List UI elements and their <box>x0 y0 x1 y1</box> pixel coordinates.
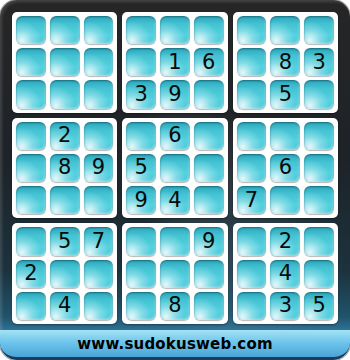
block-2-2: 6594 <box>122 118 227 219</box>
cell-r5c3[interactable]: 9 <box>84 154 114 182</box>
cell-r2c3[interactable] <box>84 48 114 76</box>
cell-r6c2[interactable] <box>50 186 80 214</box>
cell-r3c3[interactable] <box>84 80 114 108</box>
cell-r3c4[interactable]: 3 <box>126 80 156 108</box>
block-1-2: 1639 <box>122 12 227 113</box>
cell-r9c8[interactable]: 3 <box>270 292 300 320</box>
cell-r2c7[interactable] <box>237 48 267 76</box>
cell-r8c1[interactable]: 2 <box>16 260 46 288</box>
cell-r5c8[interactable]: 6 <box>270 154 300 182</box>
cell-r2c1[interactable] <box>16 48 46 76</box>
cell-r4c3[interactable] <box>84 122 114 150</box>
cell-r2c9[interactable]: 3 <box>304 48 334 76</box>
cell-r8c9[interactable] <box>304 260 334 288</box>
cell-r4c8[interactable] <box>270 122 300 150</box>
block-1-1 <box>12 12 117 113</box>
cell-r2c6[interactable]: 6 <box>194 48 224 76</box>
cell-r4c4[interactable] <box>126 122 156 150</box>
cell-r8c4[interactable] <box>126 260 156 288</box>
cell-r3c9[interactable] <box>304 80 334 108</box>
cell-r7c4[interactable] <box>126 227 156 255</box>
cell-r6c3[interactable] <box>84 186 114 214</box>
block-3-2: 98 <box>122 223 227 324</box>
cell-r3c8[interactable]: 5 <box>270 80 300 108</box>
cell-r9c4[interactable] <box>126 292 156 320</box>
cell-r2c5[interactable]: 1 <box>160 48 190 76</box>
cell-r4c5[interactable]: 6 <box>160 122 190 150</box>
block-2-3: 67 <box>233 118 338 219</box>
cell-r1c1[interactable] <box>16 16 46 44</box>
cell-r1c5[interactable] <box>160 16 190 44</box>
block-3-1: 5724 <box>12 223 117 324</box>
cell-r8c7[interactable] <box>237 260 267 288</box>
cell-r6c7[interactable]: 7 <box>237 186 267 214</box>
cell-r9c7[interactable] <box>237 292 267 320</box>
cell-r4c1[interactable] <box>16 122 46 150</box>
cell-r8c5[interactable] <box>160 260 190 288</box>
cell-r4c9[interactable] <box>304 122 334 150</box>
cell-r2c8[interactable]: 8 <box>270 48 300 76</box>
cell-r7c7[interactable] <box>237 227 267 255</box>
cell-r9c5[interactable]: 8 <box>160 292 190 320</box>
cell-r6c9[interactable] <box>304 186 334 214</box>
cell-r6c8[interactable] <box>270 186 300 214</box>
cell-r3c5[interactable]: 9 <box>160 80 190 108</box>
cell-r9c1[interactable] <box>16 292 46 320</box>
cell-r7c9[interactable] <box>304 227 334 255</box>
cell-r5c5[interactable] <box>160 154 190 182</box>
sudoku-grid: 16398352896594675724982435 <box>12 12 338 324</box>
cell-r1c4[interactable] <box>126 16 156 44</box>
cell-r8c6[interactable] <box>194 260 224 288</box>
cell-r1c3[interactable] <box>84 16 114 44</box>
cell-r6c6[interactable] <box>194 186 224 214</box>
cell-r3c2[interactable] <box>50 80 80 108</box>
cell-r7c8[interactable]: 2 <box>270 227 300 255</box>
cell-r7c6[interactable]: 9 <box>194 227 224 255</box>
cell-r3c1[interactable] <box>16 80 46 108</box>
cell-r1c2[interactable] <box>50 16 80 44</box>
cell-r9c3[interactable] <box>84 292 114 320</box>
cell-r9c2[interactable]: 4 <box>50 292 80 320</box>
cell-r5c9[interactable] <box>304 154 334 182</box>
sudoku-board: 16398352896594675724982435 www.sudokuswe… <box>0 0 350 360</box>
block-2-1: 289 <box>12 118 117 219</box>
cell-r1c9[interactable] <box>304 16 334 44</box>
cell-r5c1[interactable] <box>16 154 46 182</box>
cell-r5c4[interactable]: 5 <box>126 154 156 182</box>
cell-r2c4[interactable] <box>126 48 156 76</box>
cell-r1c6[interactable] <box>194 16 224 44</box>
cell-r7c3[interactable]: 7 <box>84 227 114 255</box>
cell-r7c2[interactable]: 5 <box>50 227 80 255</box>
cell-r3c6[interactable] <box>194 80 224 108</box>
cell-r3c7[interactable] <box>237 80 267 108</box>
cell-r6c1[interactable] <box>16 186 46 214</box>
cell-r7c1[interactable] <box>16 227 46 255</box>
cell-r8c3[interactable] <box>84 260 114 288</box>
cell-r5c2[interactable]: 8 <box>50 154 80 182</box>
cell-r9c9[interactable]: 5 <box>304 292 334 320</box>
block-1-3: 835 <box>233 12 338 113</box>
cell-r1c7[interactable] <box>237 16 267 44</box>
cell-r6c4[interactable]: 9 <box>126 186 156 214</box>
footer-bar: www.sudokusweb.com <box>0 330 350 360</box>
cell-r4c7[interactable] <box>237 122 267 150</box>
cell-r1c8[interactable] <box>270 16 300 44</box>
site-url[interactable]: www.sudokusweb.com <box>77 335 272 353</box>
cell-r7c5[interactable] <box>160 227 190 255</box>
cell-r9c6[interactable] <box>194 292 224 320</box>
cell-r4c6[interactable] <box>194 122 224 150</box>
cell-r4c2[interactable]: 2 <box>50 122 80 150</box>
cell-r8c8[interactable]: 4 <box>270 260 300 288</box>
block-3-3: 2435 <box>233 223 338 324</box>
cell-r2c2[interactable] <box>50 48 80 76</box>
cell-r6c5[interactable]: 4 <box>160 186 190 214</box>
cell-r5c6[interactable] <box>194 154 224 182</box>
cell-r8c2[interactable] <box>50 260 80 288</box>
cell-r5c7[interactable] <box>237 154 267 182</box>
